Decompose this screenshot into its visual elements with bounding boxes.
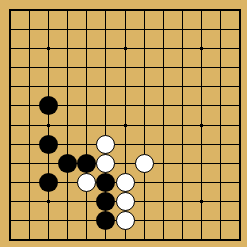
star-point: [47, 47, 50, 50]
star-point: [200, 124, 203, 127]
grid-line-vertical: [182, 10, 183, 240]
grid-line-horizontal: [10, 163, 240, 164]
black-stone: [39, 173, 58, 192]
black-stone: [39, 135, 58, 154]
white-stone: [135, 154, 154, 173]
grid-line-vertical: [144, 10, 145, 240]
grid-line-vertical: [220, 10, 221, 240]
star-point: [124, 47, 127, 50]
star-point: [47, 200, 50, 203]
go-board[interactable]: [0, 0, 247, 247]
grid-line-vertical: [163, 10, 164, 240]
star-point: [200, 47, 203, 50]
white-stone: [116, 192, 135, 211]
black-stone: [58, 154, 77, 173]
white-stone: [116, 173, 135, 192]
white-stone: [96, 135, 115, 154]
black-stone: [77, 154, 96, 173]
star-point: [124, 124, 127, 127]
star-point: [47, 124, 50, 127]
white-stone: [116, 211, 135, 230]
star-point: [200, 200, 203, 203]
